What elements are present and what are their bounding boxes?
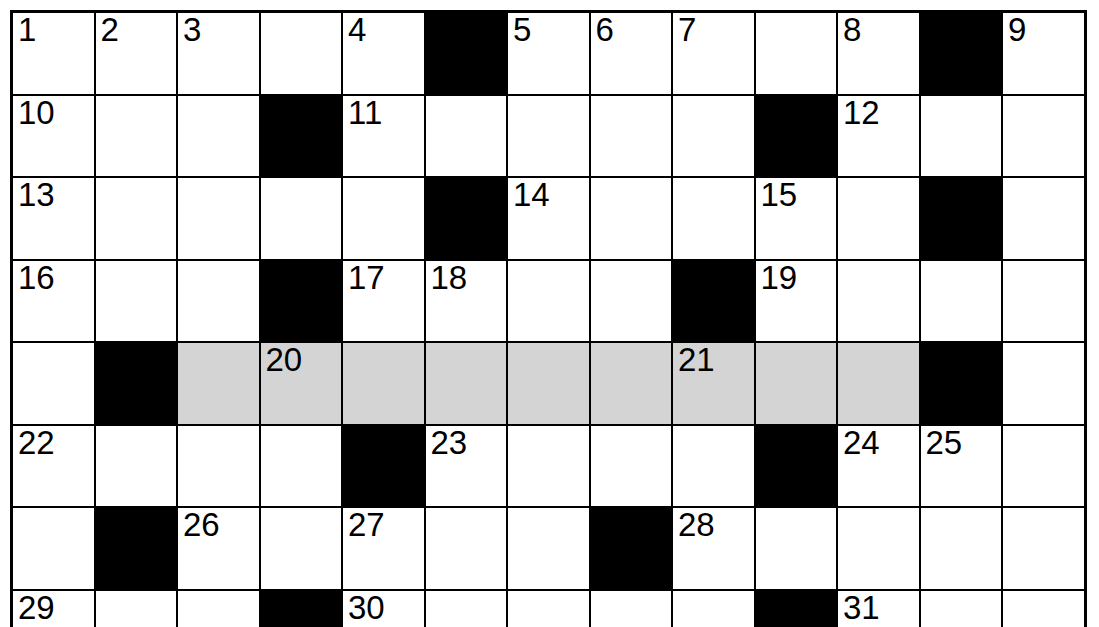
clue-number: 26 — [183, 506, 220, 544]
letter-cell[interactable] — [261, 13, 342, 94]
block-cell — [921, 13, 1002, 94]
letter-cell[interactable] — [426, 96, 507, 177]
letter-cell[interactable] — [96, 96, 177, 177]
block-cell — [261, 96, 342, 177]
clue-number: 7 — [678, 11, 696, 49]
clue-number: 22 — [18, 424, 55, 462]
clue-number: 17 — [348, 259, 385, 297]
letter-cell[interactable] — [921, 96, 1002, 177]
letter-cell[interactable] — [673, 178, 754, 259]
block-cell — [426, 13, 507, 94]
clue-number: 18 — [431, 259, 468, 297]
letter-cell[interactable] — [1003, 426, 1084, 507]
letter-cell[interactable]: 1 — [13, 13, 94, 94]
letter-cell[interactable] — [673, 426, 754, 507]
letter-cell[interactable] — [96, 178, 177, 259]
letter-cell[interactable] — [261, 426, 342, 507]
block-cell — [921, 343, 1002, 424]
block-cell — [261, 261, 342, 342]
letter-cell[interactable] — [261, 178, 342, 259]
clue-number: 12 — [843, 94, 880, 132]
letter-cell[interactable]: 4 — [343, 13, 424, 94]
clue-number: 25 — [926, 424, 963, 462]
letter-cell[interactable] — [13, 343, 94, 424]
letter-cell[interactable]: 11 — [343, 96, 424, 177]
clue-number: 19 — [761, 259, 798, 297]
block-cell — [756, 426, 837, 507]
letter-cell[interactable]: 13 — [13, 178, 94, 259]
block-cell — [96, 343, 177, 424]
letter-cell[interactable]: 26 — [178, 508, 259, 589]
letter-cell[interactable]: 17 — [343, 261, 424, 342]
shaded-letter-cell[interactable]: 20 — [261, 343, 342, 424]
letter-cell[interactable]: 15 — [756, 178, 837, 259]
block-cell — [426, 178, 507, 259]
block-cell — [921, 178, 1002, 259]
clue-number: 8 — [843, 11, 861, 49]
letter-cell[interactable] — [178, 178, 259, 259]
letter-cell[interactable] — [508, 426, 589, 507]
letter-cell[interactable]: 27 — [343, 508, 424, 589]
letter-cell[interactable] — [508, 591, 589, 627]
clue-number: 21 — [678, 341, 715, 379]
letter-cell[interactable] — [838, 508, 919, 589]
letter-cell[interactable]: 9 — [1003, 13, 1084, 94]
letter-cell[interactable] — [921, 261, 1002, 342]
letter-cell[interactable]: 23 — [426, 426, 507, 507]
letter-cell[interactable] — [96, 261, 177, 342]
letter-cell[interactable] — [508, 96, 589, 177]
crossword-screenshot: 1234567891011121314151617181920212223242… — [0, 0, 1099, 627]
letter-cell[interactable] — [756, 508, 837, 589]
block-cell — [756, 96, 837, 177]
letter-cell[interactable]: 7 — [673, 13, 754, 94]
letter-cell[interactable]: 24 — [838, 426, 919, 507]
letter-cell[interactable]: 12 — [838, 96, 919, 177]
letter-cell[interactable] — [1003, 178, 1084, 259]
clue-number: 11 — [348, 94, 382, 132]
clue-number: 23 — [431, 424, 468, 462]
clue-number: 2 — [101, 11, 119, 49]
letter-cell[interactable]: 3 — [178, 13, 259, 94]
letter-cell[interactable]: 19 — [756, 261, 837, 342]
letter-cell[interactable] — [96, 591, 177, 627]
clue-number: 9 — [1008, 11, 1026, 49]
clue-number: 24 — [843, 424, 880, 462]
letter-cell[interactable]: 31 — [838, 591, 919, 627]
letter-cell[interactable] — [591, 178, 672, 259]
letter-cell[interactable] — [261, 508, 342, 589]
clue-number: 16 — [18, 259, 55, 297]
letter-cell[interactable] — [178, 261, 259, 342]
clue-number: 10 — [18, 94, 55, 132]
letter-cell[interactable]: 14 — [508, 178, 589, 259]
letter-cell[interactable] — [1003, 96, 1084, 177]
clue-number: 20 — [266, 341, 303, 379]
shaded-letter-cell[interactable] — [426, 343, 507, 424]
clue-number: 15 — [761, 176, 798, 214]
clue-number: 29 — [18, 589, 55, 627]
letter-cell[interactable]: 29 — [13, 591, 94, 627]
letter-cell[interactable] — [1003, 508, 1084, 589]
clue-number: 31 — [843, 589, 880, 627]
letter-cell[interactable]: 30 — [343, 591, 424, 627]
letter-cell[interactable] — [1003, 343, 1084, 424]
block-cell — [96, 508, 177, 589]
letter-cell[interactable] — [838, 178, 919, 259]
letter-cell[interactable] — [1003, 591, 1084, 627]
letter-cell[interactable] — [921, 591, 1002, 627]
block-cell — [261, 591, 342, 627]
letter-cell[interactable]: 25 — [921, 426, 1002, 507]
shaded-letter-cell[interactable] — [343, 343, 424, 424]
letter-cell[interactable]: 8 — [838, 13, 919, 94]
letter-cell[interactable] — [756, 13, 837, 94]
shaded-letter-cell[interactable]: 21 — [673, 343, 754, 424]
clue-number: 28 — [678, 506, 715, 544]
letter-cell[interactable] — [426, 591, 507, 627]
clue-number: 4 — [348, 11, 366, 49]
letter-cell[interactable] — [673, 96, 754, 177]
clue-number: 14 — [513, 176, 550, 214]
letter-cell[interactable] — [838, 261, 919, 342]
clue-number: 13 — [18, 176, 55, 214]
clue-number: 30 — [348, 589, 385, 627]
letter-cell[interactable]: 22 — [13, 426, 94, 507]
letter-cell[interactable]: 18 — [426, 261, 507, 342]
letter-cell[interactable] — [96, 426, 177, 507]
letter-cell[interactable] — [591, 591, 672, 627]
clue-number: 27 — [348, 506, 385, 544]
shaded-letter-cell[interactable] — [756, 343, 837, 424]
letter-cell[interactable] — [343, 178, 424, 259]
shaded-letter-cell[interactable] — [838, 343, 919, 424]
letter-cell[interactable] — [13, 508, 94, 589]
letter-cell[interactable] — [591, 261, 672, 342]
crossword-grid: 1234567891011121314151617181920212223242… — [10, 10, 1087, 627]
clue-number: 5 — [513, 11, 531, 49]
block-cell — [756, 591, 837, 627]
block-cell — [673, 261, 754, 342]
letter-cell[interactable] — [508, 261, 589, 342]
shaded-letter-cell[interactable] — [591, 343, 672, 424]
shaded-letter-cell[interactable] — [508, 343, 589, 424]
letter-cell[interactable] — [591, 426, 672, 507]
letter-cell[interactable] — [591, 96, 672, 177]
block-cell — [591, 508, 672, 589]
block-cell — [343, 426, 424, 507]
clue-number: 6 — [596, 11, 614, 49]
letter-cell[interactable] — [426, 508, 507, 589]
clue-number: 1 — [18, 11, 36, 49]
letter-cell[interactable]: 16 — [13, 261, 94, 342]
letter-cell[interactable]: 5 — [508, 13, 589, 94]
letter-cell[interactable] — [921, 508, 1002, 589]
letter-cell[interactable] — [178, 96, 259, 177]
shaded-letter-cell[interactable] — [178, 343, 259, 424]
clue-number: 3 — [183, 11, 201, 49]
letter-cell[interactable]: 10 — [13, 96, 94, 177]
letter-cell[interactable]: 6 — [591, 13, 672, 94]
letter-cell[interactable]: 2 — [96, 13, 177, 94]
letter-cell[interactable] — [178, 591, 259, 627]
letter-cell[interactable] — [673, 591, 754, 627]
letter-cell[interactable] — [508, 508, 589, 589]
letter-cell[interactable] — [178, 426, 259, 507]
letter-cell[interactable]: 28 — [673, 508, 754, 589]
crossword-board: 1234567891011121314151617181920212223242… — [10, 10, 1087, 627]
letter-cell[interactable] — [1003, 261, 1084, 342]
